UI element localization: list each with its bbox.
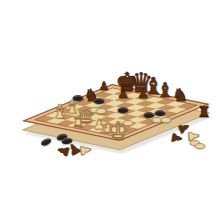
dark-rook-piece: ♜ <box>197 105 210 120</box>
light-checker-disc <box>96 108 107 114</box>
dark-checker-disc <box>118 107 129 113</box>
light-checker-disc <box>195 143 206 149</box>
dark-checker-disc <box>40 137 53 147</box>
dark-checker-disc <box>155 110 166 116</box>
light-pawn-piece: ♟ <box>78 143 94 158</box>
chess-set-photo: ♞♟♟♚♛♟♝♝♞♜♝♝♜♛♟♟♚♟♟♟♟♟♟ <box>0 0 220 220</box>
pieces-layer: ♞♟♟♚♛♟♝♝♞♜♝♝♜♛♟♟♚♟♟♟♟♟♟ <box>0 0 220 220</box>
dark-checker-disc <box>94 98 105 104</box>
dark-pawn-piece: ♟ <box>99 80 110 92</box>
dark-checker-disc <box>73 95 84 101</box>
light-checker-disc <box>161 117 172 123</box>
dark-knight-piece: ♞ <box>172 86 188 104</box>
dark-pawn-piece: ♟ <box>170 131 185 145</box>
light-checker-disc <box>123 120 134 126</box>
